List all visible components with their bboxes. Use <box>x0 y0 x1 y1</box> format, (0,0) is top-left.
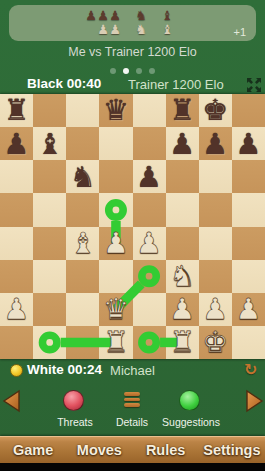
board-pieces: ♜♛♜♚♟♝♟♟♟♞♟♝♟♟♞♟♛♟♟♟♜♜♚ <box>0 94 265 359</box>
piece-black-rook-f8[interactable]: ♜ <box>165 93 199 127</box>
rotate-board-icon[interactable]: ↻ <box>244 360 257 379</box>
piece-black-pawn-h7[interactable]: ♟ <box>231 127 265 161</box>
piece-black-queen-d8[interactable]: ♛ <box>99 93 133 127</box>
piece-white-pawn-f2[interactable]: ♟ <box>165 292 199 326</box>
threats-label: Threats <box>57 416 93 428</box>
page-dot-1 <box>123 68 129 74</box>
piece-black-pawn-e6[interactable]: ♟ <box>132 160 166 194</box>
captured-white-pieces: ♟♟♞♝ <box>97 22 173 38</box>
piece-white-queen-d2[interactable]: ♛ <box>99 292 133 326</box>
back-arrow-button[interactable] <box>2 389 21 413</box>
captured-white-bishop: ♝ <box>161 23 173 37</box>
piece-black-pawn-g7[interactable]: ♟ <box>198 127 232 161</box>
captured-white-pawn: ♟ <box>97 23 109 37</box>
details-label: Details <box>116 416 148 428</box>
piece-white-bishop-c4[interactable]: ♝ <box>66 226 100 260</box>
piece-white-pawn-a2[interactable]: ♟ <box>0 292 34 326</box>
chess-board: ♜♛♜♚♟♝♟♟♟♞♟♝♟♟♞♟♛♟♟♟♜♜♚ <box>0 94 265 359</box>
page-dot-3 <box>149 68 155 74</box>
piece-white-pawn-d4[interactable]: ♟ <box>99 226 133 260</box>
piece-black-pawn-f7[interactable]: ♟ <box>165 127 199 161</box>
piece-white-pawn-h2[interactable]: ♟ <box>231 292 265 326</box>
game-title: Me vs Trainer 1200 Elo <box>0 45 265 59</box>
suggestions-label: Suggestions <box>162 416 220 428</box>
action-button-row <box>0 388 265 414</box>
piece-black-bishop-b7[interactable]: ♝ <box>33 127 67 161</box>
piece-white-knight-f3[interactable]: ♞ <box>165 259 199 293</box>
black-label: Black <box>27 76 63 91</box>
black-player-name: Trainer 1200 Elo <box>128 77 224 92</box>
captured-black-pawn: ♟ <box>85 9 97 23</box>
page-dot-2 <box>136 68 142 74</box>
white-clock-row: White 00:24 Michael ↻ <box>0 360 265 384</box>
captured-black-knight: ♞ <box>135 9 147 23</box>
piece-white-king-g1[interactable]: ♚ <box>198 325 232 359</box>
material-advantage: +1 <box>233 26 246 38</box>
piece-white-rook-f1[interactable]: ♜ <box>165 325 199 359</box>
tab-moves[interactable]: Moves <box>66 436 132 463</box>
tab-settings[interactable]: Settings <box>199 436 265 463</box>
piece-white-rook-d1[interactable]: ♜ <box>99 325 133 359</box>
fullscreen-icon[interactable] <box>246 77 262 93</box>
page-indicator[interactable] <box>0 68 265 74</box>
bottom-tab-bar: Game Moves Rules Settings <box>0 436 265 463</box>
black-time: 00:40 <box>67 76 102 91</box>
captured-black-pawn: ♟ <box>97 9 109 23</box>
details-icon[interactable] <box>124 392 140 407</box>
tab-rules[interactable]: Rules <box>133 436 199 463</box>
captured-black-pawn: ♟ <box>109 9 121 23</box>
forward-arrow-button[interactable] <box>245 389 264 413</box>
black-clock: Black 00:40 <box>27 76 101 91</box>
black-clock-row: Black 00:40 Trainer 1200 Elo <box>0 76 265 94</box>
threats-button[interactable] <box>63 390 84 411</box>
white-player-name: Michael <box>0 363 265 378</box>
tab-game[interactable]: Game <box>0 436 66 463</box>
captured-black-bishop: ♝ <box>161 9 173 23</box>
piece-black-rook-a8[interactable]: ♜ <box>0 93 34 127</box>
captured-white-knight: ♞ <box>135 23 147 37</box>
captured-white-pawn: ♟ <box>109 23 121 37</box>
piece-white-pawn-e4[interactable]: ♟ <box>132 226 166 260</box>
action-button-labels: Threats Details Suggestions <box>0 416 265 430</box>
piece-black-pawn-a7[interactable]: ♟ <box>0 127 34 161</box>
piece-black-knight-c6[interactable]: ♞ <box>66 160 100 194</box>
captured-pieces-tray: ♟♟♟♞♝ ♟♟♞♝ +1 <box>9 5 256 41</box>
page-dot-0 <box>110 68 116 74</box>
suggestions-button[interactable] <box>179 390 200 411</box>
home-strip <box>0 463 265 471</box>
piece-white-pawn-g2[interactable]: ♟ <box>198 292 232 326</box>
chess-app-screen: ♟♟♟♞♝ ♟♟♞♝ +1 Me vs Trainer 1200 Elo Bla… <box>0 0 265 471</box>
piece-black-king-g8[interactable]: ♚ <box>198 93 232 127</box>
